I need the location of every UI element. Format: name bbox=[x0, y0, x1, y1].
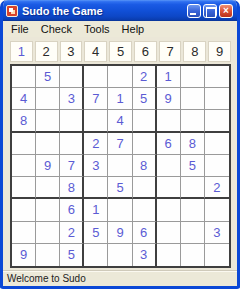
sudoku-cell-r1c3[interactable] bbox=[60, 66, 84, 88]
sudoku-cell-r8c8[interactable] bbox=[181, 222, 205, 244]
sudoku-cell-r8c3[interactable]: 2 bbox=[60, 222, 84, 244]
sudoku-cell-r6c8[interactable] bbox=[181, 177, 205, 199]
sudoku-cell-r8c1[interactable] bbox=[12, 222, 36, 244]
menu-bar: File Check Tools Help bbox=[3, 21, 237, 37]
sudoku-cell-r2c3[interactable]: 3 bbox=[60, 88, 84, 110]
sudoku-cell-r2c9[interactable] bbox=[205, 88, 229, 110]
client-area: 123456789 521437159842768973858526125963… bbox=[3, 37, 237, 270]
number-button-6[interactable]: 6 bbox=[134, 41, 157, 62]
sudoku-cell-r2c4[interactable]: 7 bbox=[84, 88, 108, 110]
sudoku-cell-r1c6[interactable]: 2 bbox=[133, 66, 157, 88]
sudoku-cell-r4c3[interactable] bbox=[60, 133, 84, 155]
sudoku-cell-r9c2[interactable] bbox=[36, 244, 60, 266]
sudoku-cell-r6c6[interactable] bbox=[133, 177, 157, 199]
sudoku-cell-r3c5[interactable]: 4 bbox=[108, 110, 132, 132]
sudoku-cell-r5c3[interactable]: 7 bbox=[60, 155, 84, 177]
sudoku-cell-r1c5[interactable] bbox=[108, 66, 132, 88]
sudoku-cell-r3c1[interactable]: 8 bbox=[12, 110, 36, 132]
sudoku-cell-r5c7[interactable] bbox=[157, 155, 181, 177]
sudoku-cell-r1c9[interactable] bbox=[205, 66, 229, 88]
sudoku-cell-r9c3[interactable]: 5 bbox=[60, 244, 84, 266]
sudoku-cell-r3c2[interactable] bbox=[36, 110, 60, 132]
menu-tools[interactable]: Tools bbox=[78, 22, 116, 36]
sudoku-cell-r6c3[interactable]: 8 bbox=[60, 177, 84, 199]
sudoku-cell-r8c5[interactable]: 9 bbox=[108, 222, 132, 244]
sudoku-cell-r9c9[interactable] bbox=[205, 244, 229, 266]
sudoku-cell-r9c4[interactable] bbox=[84, 244, 108, 266]
sudoku-cell-r4c4[interactable]: 2 bbox=[84, 133, 108, 155]
window-controls: × bbox=[187, 4, 233, 18]
minimize-button[interactable] bbox=[187, 4, 201, 18]
number-button-9[interactable]: 9 bbox=[208, 41, 231, 62]
sudoku-cell-r6c2[interactable] bbox=[36, 177, 60, 199]
sudoku-cell-r2c7[interactable]: 9 bbox=[157, 88, 181, 110]
sudoku-cell-r9c8[interactable] bbox=[181, 244, 205, 266]
sudoku-cell-r1c2[interactable]: 5 bbox=[36, 66, 60, 88]
menu-help[interactable]: Help bbox=[116, 22, 151, 36]
sudoku-cell-r7c7[interactable] bbox=[157, 199, 181, 221]
sudoku-cell-r9c1[interactable]: 9 bbox=[12, 244, 36, 266]
sudoku-cell-r4c7[interactable]: 6 bbox=[157, 133, 181, 155]
sudoku-cell-r7c8[interactable] bbox=[181, 199, 205, 221]
sudoku-cell-r8c4[interactable]: 5 bbox=[84, 222, 108, 244]
sudoku-cell-r4c6[interactable] bbox=[133, 133, 157, 155]
sudoku-cell-r7c2[interactable] bbox=[36, 199, 60, 221]
sudoku-cell-r7c5[interactable] bbox=[108, 199, 132, 221]
number-button-5[interactable]: 5 bbox=[109, 41, 132, 62]
sudoku-cell-r4c1[interactable] bbox=[12, 133, 36, 155]
sudoku-cell-r4c8[interactable]: 8 bbox=[181, 133, 205, 155]
sudoku-cell-r1c7[interactable]: 1 bbox=[157, 66, 181, 88]
sudoku-cell-r7c9[interactable] bbox=[205, 199, 229, 221]
status-bar: Welcome to Sudo bbox=[3, 270, 237, 286]
sudoku-cell-r4c9[interactable] bbox=[205, 133, 229, 155]
sudoku-cell-r6c9[interactable]: 2 bbox=[205, 177, 229, 199]
sudoku-cell-r3c3[interactable] bbox=[60, 110, 84, 132]
number-button-7[interactable]: 7 bbox=[159, 41, 182, 62]
sudoku-cell-r3c8[interactable] bbox=[181, 110, 205, 132]
sudoku-cell-r6c1[interactable] bbox=[12, 177, 36, 199]
sudoku-cell-r1c4[interactable] bbox=[84, 66, 108, 88]
sudoku-cell-r9c5[interactable] bbox=[108, 244, 132, 266]
sudoku-cell-r8c6[interactable]: 6 bbox=[133, 222, 157, 244]
number-button-1[interactable]: 1 bbox=[10, 41, 33, 62]
sudoku-cell-r7c3[interactable]: 6 bbox=[60, 199, 84, 221]
sudoku-cell-r5c4[interactable]: 3 bbox=[84, 155, 108, 177]
sudoku-cell-r2c1[interactable]: 4 bbox=[12, 88, 36, 110]
sudoku-cell-r5c2[interactable]: 9 bbox=[36, 155, 60, 177]
menu-file[interactable]: File bbox=[5, 22, 35, 36]
sudoku-cell-r5c9[interactable] bbox=[205, 155, 229, 177]
app-icon bbox=[6, 5, 18, 17]
status-text: Welcome to Sudo bbox=[7, 273, 86, 284]
sudoku-cell-r8c9[interactable]: 3 bbox=[205, 222, 229, 244]
sudoku-cell-r4c2[interactable] bbox=[36, 133, 60, 155]
maximize-button[interactable] bbox=[203, 4, 217, 18]
sudoku-cell-r7c4[interactable]: 1 bbox=[84, 199, 108, 221]
app-window: Sudo the Game × File Check Tools Help 12… bbox=[0, 0, 240, 289]
number-button-3[interactable]: 3 bbox=[60, 41, 83, 62]
sudoku-cell-r2c2[interactable] bbox=[36, 88, 60, 110]
sudoku-cell-r6c7[interactable] bbox=[157, 177, 181, 199]
sudoku-cell-r4c5[interactable]: 7 bbox=[108, 133, 132, 155]
sudoku-cell-r8c7[interactable] bbox=[157, 222, 181, 244]
sudoku-cell-r6c4[interactable] bbox=[84, 177, 108, 199]
sudoku-cell-r3c9[interactable] bbox=[205, 110, 229, 132]
sudoku-cell-r3c7[interactable] bbox=[157, 110, 181, 132]
sudoku-cell-r9c6[interactable]: 3 bbox=[133, 244, 157, 266]
sudoku-cell-r1c8[interactable] bbox=[181, 66, 205, 88]
sudoku-cell-r2c6[interactable]: 5 bbox=[133, 88, 157, 110]
sudoku-cell-r7c1[interactable] bbox=[12, 199, 36, 221]
number-button-8[interactable]: 8 bbox=[183, 41, 206, 62]
sudoku-cell-r7c6[interactable] bbox=[133, 199, 157, 221]
sudoku-cell-r5c6[interactable]: 8 bbox=[133, 155, 157, 177]
close-button[interactable]: × bbox=[219, 4, 233, 18]
number-button-4[interactable]: 4 bbox=[84, 41, 107, 62]
sudoku-board: 521437159842768973858526125963953 bbox=[10, 64, 231, 268]
sudoku-cell-r9c7[interactable] bbox=[157, 244, 181, 266]
number-button-2[interactable]: 2 bbox=[35, 41, 58, 62]
window-title: Sudo the Game bbox=[22, 5, 187, 17]
sudoku-cell-r3c6[interactable] bbox=[133, 110, 157, 132]
number-header-row: 123456789 bbox=[10, 41, 231, 62]
menu-check[interactable]: Check bbox=[35, 22, 78, 36]
sudoku-cell-r2c5[interactable]: 1 bbox=[108, 88, 132, 110]
sudoku-cell-r3c4[interactable] bbox=[84, 110, 108, 132]
sudoku-cell-r5c5[interactable] bbox=[108, 155, 132, 177]
sudoku-cell-r2c8[interactable] bbox=[181, 88, 205, 110]
sudoku-cell-r5c8[interactable]: 5 bbox=[181, 155, 205, 177]
sudoku-cell-r1c1[interactable] bbox=[12, 66, 36, 88]
sudoku-cell-r8c2[interactable] bbox=[36, 222, 60, 244]
sudoku-cell-r6c5[interactable]: 5 bbox=[108, 177, 132, 199]
title-bar: Sudo the Game × bbox=[3, 0, 237, 21]
sudoku-cell-r5c1[interactable] bbox=[12, 155, 36, 177]
